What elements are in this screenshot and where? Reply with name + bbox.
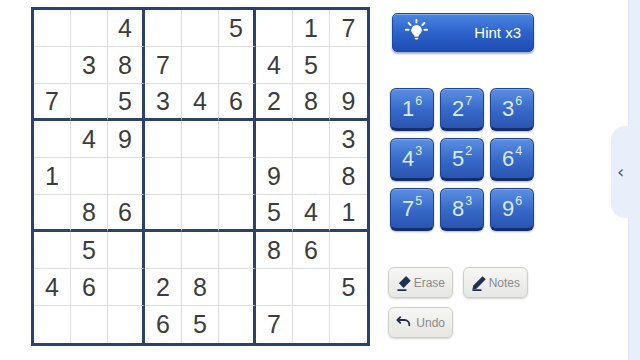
cell-r1c8[interactable]: 1: [293, 10, 330, 47]
sudoku-board: 451738745753462894931988654158646285657: [31, 7, 370, 346]
cell-r2c8[interactable]: 5: [293, 47, 330, 84]
numpad-digit: 6: [502, 148, 514, 170]
cell-r2c7[interactable]: 4: [256, 47, 293, 84]
cell-r4c6[interactable]: [219, 121, 256, 158]
cell-r7c8[interactable]: 6: [293, 232, 330, 269]
cell-r4c2[interactable]: 4: [71, 121, 108, 158]
cell-r4c8[interactable]: [293, 121, 330, 158]
cell-r2c4[interactable]: 7: [145, 47, 182, 84]
cell-r5c9[interactable]: 8: [330, 158, 367, 195]
undo-button[interactable]: Undo: [388, 307, 453, 338]
cell-r7c6[interactable]: [219, 232, 256, 269]
cell-r3c6[interactable]: 6: [219, 84, 256, 121]
chevron-left-icon: ‹: [617, 163, 624, 181]
numpad-digit: 4: [402, 148, 414, 170]
cell-r7c3[interactable]: [108, 232, 145, 269]
cell-r9c4[interactable]: 6: [145, 306, 182, 343]
cell-r3c7[interactable]: 2: [256, 84, 293, 121]
cell-r1c5[interactable]: [182, 10, 219, 47]
cell-r6c7[interactable]: 5: [256, 195, 293, 232]
cell-r8c6[interactable]: [219, 269, 256, 306]
cell-r4c5[interactable]: [182, 121, 219, 158]
cell-r6c5[interactable]: [182, 195, 219, 232]
cell-r3c4[interactable]: 3: [145, 84, 182, 121]
numpad-digit: 8: [452, 198, 464, 220]
erase-label: Erase: [414, 276, 445, 290]
cell-r5c5[interactable]: [182, 158, 219, 195]
numpad-remaining-count: 3: [415, 145, 422, 158]
numpad-remaining-count: 2: [465, 145, 472, 158]
numpad-digit: 7: [402, 198, 414, 220]
cell-r5c3[interactable]: [108, 158, 145, 195]
numpad-remaining-count: 4: [515, 145, 522, 158]
numpad-digit: 1: [402, 98, 414, 120]
cell-r9c5[interactable]: 5: [182, 306, 219, 343]
numpad-button-9[interactable]: 96: [490, 188, 534, 231]
cell-r5c4[interactable]: [145, 158, 182, 195]
cell-r3c2[interactable]: [71, 84, 108, 121]
cell-r4c9[interactable]: 3: [330, 121, 367, 158]
cell-r3c1[interactable]: 7: [34, 84, 71, 121]
numpad-button-6[interactable]: 64: [490, 138, 534, 181]
numpad-digit: 5: [452, 148, 464, 170]
cell-r8c3[interactable]: [108, 269, 145, 306]
numpad-button-3[interactable]: 36: [490, 88, 534, 131]
cell-r7c1[interactable]: [34, 232, 71, 269]
cell-r4c7[interactable]: [256, 121, 293, 158]
cell-r5c6[interactable]: [219, 158, 256, 195]
cell-r1c3[interactable]: 4: [108, 10, 145, 47]
cell-r6c9[interactable]: 1: [330, 195, 367, 232]
undo-label: Undo: [416, 316, 445, 330]
numpad-remaining-count: 6: [515, 95, 522, 108]
numpad-remaining-count: 7: [465, 95, 472, 108]
cell-r2c9[interactable]: [330, 47, 367, 84]
cell-r5c2[interactable]: [71, 158, 108, 195]
lightbulb-icon: [403, 19, 430, 46]
cell-r9c2[interactable]: [71, 306, 108, 343]
cell-r3c3[interactable]: 5: [108, 84, 145, 121]
cell-r8c9[interactable]: 5: [330, 269, 367, 306]
cell-r9c1[interactable]: [34, 306, 71, 343]
cell-r4c1[interactable]: [34, 121, 71, 158]
hint-button[interactable]: Hint x3: [392, 13, 534, 52]
cell-r5c8[interactable]: [293, 158, 330, 195]
cell-r8c5[interactable]: 8: [182, 269, 219, 306]
cell-r8c1[interactable]: 4: [34, 269, 71, 306]
numpad-button-4[interactable]: 43: [390, 138, 434, 181]
cell-r9c8[interactable]: [293, 306, 330, 343]
undo-arrow-icon: [395, 314, 413, 332]
cell-r1c2[interactable]: [71, 10, 108, 47]
cell-r3c8[interactable]: 8: [293, 84, 330, 121]
cell-r7c5[interactable]: [182, 232, 219, 269]
hint-label: Hint x3: [474, 24, 521, 41]
erase-button[interactable]: Erase: [388, 267, 453, 298]
cell-r4c3[interactable]: 9: [108, 121, 145, 158]
cell-r5c7[interactable]: 9: [256, 158, 293, 195]
numpad-remaining-count: 6: [515, 195, 522, 208]
cell-r7c2[interactable]: 5: [71, 232, 108, 269]
numpad-digit: 3: [502, 98, 514, 120]
cell-r1c1[interactable]: [34, 10, 71, 47]
notes-label: Notes: [489, 276, 520, 290]
cell-r5c1[interactable]: 1: [34, 158, 71, 195]
cell-r7c4[interactable]: [145, 232, 182, 269]
eraser-icon: [395, 274, 413, 292]
cell-r6c6[interactable]: [219, 195, 256, 232]
numpad-button-1[interactable]: 16: [390, 88, 434, 131]
numpad-digit: 9: [502, 198, 514, 220]
numpad-digit: 2: [452, 98, 464, 120]
cell-r3c9[interactable]: 9: [330, 84, 367, 121]
notes-button[interactable]: Notes: [463, 267, 528, 298]
cell-r4c4[interactable]: [145, 121, 182, 158]
cell-r6c3[interactable]: 6: [108, 195, 145, 232]
numpad-remaining-count: 5: [415, 195, 422, 208]
cell-r6c2[interactable]: 8: [71, 195, 108, 232]
cell-r9c3[interactable]: [108, 306, 145, 343]
cell-r8c2[interactable]: 6: [71, 269, 108, 306]
cell-r9c7[interactable]: 7: [256, 306, 293, 343]
cell-r6c4[interactable]: [145, 195, 182, 232]
numpad-button-7[interactable]: 75: [390, 188, 434, 231]
numpad-remaining-count: 6: [415, 95, 422, 108]
cell-r1c7[interactable]: [256, 10, 293, 47]
numpad-button-2[interactable]: 27: [440, 88, 484, 131]
cell-r7c9[interactable]: [330, 232, 367, 269]
cell-r2c2[interactable]: 3: [71, 47, 108, 84]
cell-r2c1[interactable]: [34, 47, 71, 84]
cell-r2c3[interactable]: 8: [108, 47, 145, 84]
numpad: 162736435264758396: [390, 88, 534, 231]
cell-r6c1[interactable]: [34, 195, 71, 232]
cell-r9c9[interactable]: [330, 306, 367, 343]
cell-r7c7[interactable]: 8: [256, 232, 293, 269]
numpad-button-5[interactable]: 52: [440, 138, 484, 181]
numpad-remaining-count: 3: [465, 195, 472, 208]
cell-r3c5[interactable]: 4: [182, 84, 219, 121]
cell-r8c8[interactable]: [293, 269, 330, 306]
cell-r1c6[interactable]: 5: [219, 10, 256, 47]
cell-r1c9[interactable]: 7: [330, 10, 367, 47]
cell-r2c6[interactable]: [219, 47, 256, 84]
numpad-button-8[interactable]: 83: [440, 188, 484, 231]
pencil-icon: [470, 274, 488, 292]
panel-collapse-tab[interactable]: ‹: [611, 126, 630, 218]
cell-r8c7[interactable]: [256, 269, 293, 306]
cell-r2c5[interactable]: [182, 47, 219, 84]
cell-r1c4[interactable]: [145, 10, 182, 47]
cell-r9c6[interactable]: [219, 306, 256, 343]
cell-r8c4[interactable]: 2: [145, 269, 182, 306]
cell-r6c8[interactable]: 4: [293, 195, 330, 232]
